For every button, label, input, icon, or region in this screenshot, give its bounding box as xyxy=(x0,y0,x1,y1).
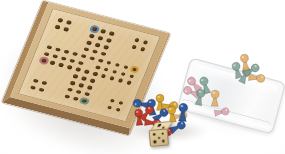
die-pip xyxy=(157,136,160,139)
product-photo-scene xyxy=(0,0,285,154)
wooden-die xyxy=(148,121,174,147)
die-pip xyxy=(154,140,157,143)
die-pip xyxy=(162,140,165,143)
loose-peg-pile xyxy=(0,0,285,154)
die-pip xyxy=(161,132,164,135)
die-front-face xyxy=(149,128,169,147)
die-pip xyxy=(153,133,156,136)
die-pip xyxy=(157,124,161,127)
